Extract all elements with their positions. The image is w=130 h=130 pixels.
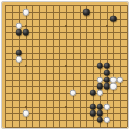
grid-line-horizontal bbox=[5, 100, 126, 101]
hoshi-point bbox=[25, 25, 27, 27]
white-stone bbox=[22, 110, 28, 116]
black-stone bbox=[16, 29, 22, 35]
black-stone bbox=[97, 110, 103, 116]
black-stone bbox=[97, 117, 103, 123]
white-stone bbox=[103, 117, 109, 123]
white-stone bbox=[16, 22, 22, 28]
black-stone bbox=[97, 103, 103, 109]
white-stone bbox=[110, 76, 116, 82]
grid-line-vertical bbox=[113, 5, 114, 126]
grid-line-vertical bbox=[86, 5, 87, 126]
white-stone bbox=[117, 76, 123, 82]
black-stone bbox=[103, 83, 109, 89]
hoshi-point bbox=[25, 65, 27, 67]
grid-line-vertical bbox=[120, 5, 121, 126]
white-stone bbox=[103, 103, 109, 109]
hoshi-point bbox=[65, 65, 67, 67]
white-stone bbox=[97, 90, 103, 96]
black-stone bbox=[103, 76, 109, 82]
white-stone bbox=[70, 90, 76, 96]
hoshi-point bbox=[25, 106, 27, 108]
black-stone bbox=[83, 9, 89, 15]
hoshi-point bbox=[65, 106, 67, 108]
grid-line-horizontal bbox=[5, 127, 126, 128]
black-stone bbox=[90, 103, 96, 109]
black-stone bbox=[103, 63, 109, 69]
black-stone bbox=[103, 70, 109, 76]
white-stone bbox=[22, 9, 28, 15]
black-stone bbox=[97, 83, 103, 89]
grid-line-vertical bbox=[127, 5, 128, 126]
black-stone bbox=[22, 29, 28, 35]
white-stone bbox=[110, 83, 116, 89]
black-stone bbox=[97, 63, 103, 69]
white-stone bbox=[16, 56, 22, 62]
go-board[interactable] bbox=[1, 1, 129, 129]
black-stone bbox=[110, 16, 116, 22]
black-stone bbox=[16, 49, 22, 55]
grid-line-horizontal bbox=[5, 93, 126, 94]
grid-line-vertical bbox=[80, 5, 81, 126]
hoshi-point bbox=[65, 25, 67, 27]
white-stone bbox=[97, 76, 103, 82]
black-stone bbox=[90, 110, 96, 116]
grid-line-vertical bbox=[73, 5, 74, 126]
hoshi-point bbox=[106, 25, 108, 27]
black-stone bbox=[90, 90, 96, 96]
